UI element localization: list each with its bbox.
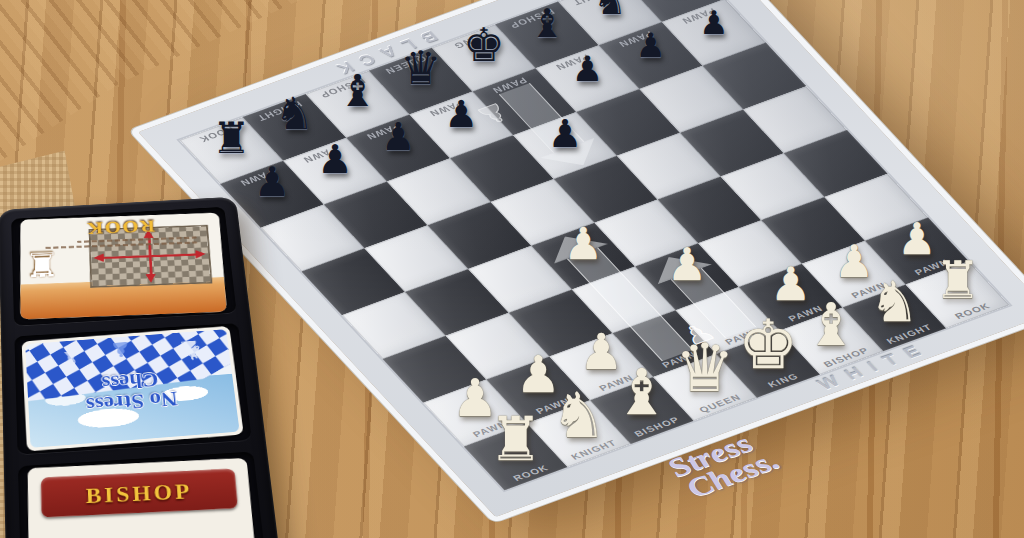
card-back-title-line2: Chess bbox=[101, 369, 160, 395]
arrow-left-icon bbox=[195, 250, 206, 259]
arrow-up-icon bbox=[145, 274, 156, 283]
photo-stage: BLACK WHITE Stress Chess. ROOKKNIGHTBISH… bbox=[0, 0, 1024, 538]
arrow-right-icon bbox=[93, 253, 104, 262]
tray-well-2: ♞ ♟ ♝ No Stress Chess bbox=[14, 323, 251, 454]
rook-card: ♜ ROOK bbox=[20, 213, 227, 320]
tray-well-1: ♜ ROOK bbox=[11, 207, 237, 326]
bishop-card: BISHOP bbox=[28, 458, 258, 538]
square-label-a1: ROOK bbox=[496, 458, 566, 489]
tray-well-3: BISHOP bbox=[18, 452, 268, 538]
rook-card-face: ♜ ROOK bbox=[20, 213, 227, 320]
square-label-b1: KNIGHT bbox=[559, 435, 629, 466]
square-label-e8: KING bbox=[434, 27, 504, 58]
square-label-g8: KNIGHT bbox=[560, 0, 630, 11]
square-label-c1: BISHOP bbox=[622, 411, 692, 442]
square-label-b8: KNIGHT bbox=[244, 96, 314, 127]
square-label-d1: QUEEN bbox=[685, 388, 755, 419]
square-label-a8: ROOK bbox=[181, 119, 251, 150]
square-label-e1: KING bbox=[748, 365, 818, 396]
rook-silhouette-icon: ♜ bbox=[24, 244, 60, 284]
square-label-h1: ROOK bbox=[938, 296, 1008, 327]
deck-card-back: ♞ ♟ ♝ No Stress Chess bbox=[21, 326, 243, 452]
card-back-design: ♞ ♟ ♝ No Stress Chess bbox=[25, 329, 239, 448]
square-label-f8: BISHOP bbox=[497, 3, 567, 34]
